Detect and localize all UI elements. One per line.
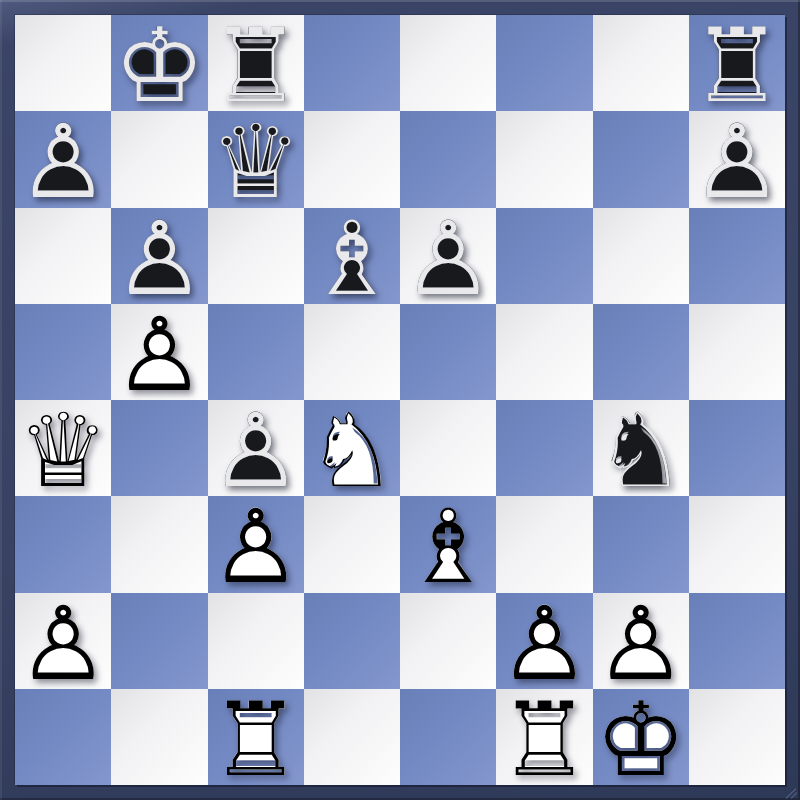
square-g2[interactable]: ♟♙ — [593, 593, 689, 689]
square-d5[interactable] — [304, 304, 400, 400]
black-pawn[interactable]: ♟♙ — [15, 111, 111, 207]
square-c5[interactable] — [208, 304, 304, 400]
square-f4[interactable] — [496, 400, 592, 496]
white-pawn[interactable]: ♟♙ — [15, 593, 111, 689]
white-pawn[interactable]: ♟♙ — [496, 593, 592, 689]
white-pawn-outline: ♙ — [15, 596, 111, 692]
square-h6[interactable] — [689, 208, 785, 304]
square-d3[interactable] — [304, 496, 400, 592]
square-a3[interactable] — [15, 496, 111, 592]
white-queen[interactable]: ♛♕ — [15, 400, 111, 496]
square-b3[interactable] — [111, 496, 207, 592]
square-h1[interactable] — [689, 689, 785, 785]
square-f5[interactable] — [496, 304, 592, 400]
square-e7[interactable] — [400, 111, 496, 207]
black-rook-outline: ♖ — [208, 18, 304, 114]
square-h8[interactable]: ♜♖ — [689, 15, 785, 111]
square-c2[interactable] — [208, 593, 304, 689]
black-pawn[interactable]: ♟♙ — [111, 208, 207, 304]
square-h4[interactable] — [689, 400, 785, 496]
white-knight-outline: ♘ — [304, 403, 400, 499]
square-c3[interactable]: ♟♙ — [208, 496, 304, 592]
square-c4[interactable]: ♟♙ — [208, 400, 304, 496]
black-pawn-outline: ♙ — [689, 114, 785, 210]
square-a7[interactable]: ♟♙ — [15, 111, 111, 207]
square-c8[interactable]: ♜♖ — [208, 15, 304, 111]
white-pawn-outline: ♙ — [208, 499, 304, 595]
black-rook[interactable]: ♜♖ — [208, 15, 304, 111]
square-b5[interactable]: ♟♙ — [111, 304, 207, 400]
square-e2[interactable] — [400, 593, 496, 689]
black-rook-outline: ♖ — [689, 18, 785, 114]
square-f8[interactable] — [496, 15, 592, 111]
resize-gripper-icon — [784, 784, 798, 798]
white-pawn-outline: ♙ — [593, 596, 689, 692]
square-h5[interactable] — [689, 304, 785, 400]
white-bishop[interactable]: ♝♗ — [400, 496, 496, 592]
square-g8[interactable] — [593, 15, 689, 111]
white-knight[interactable]: ♞♘ — [304, 400, 400, 496]
black-knight-outline: ♘ — [593, 403, 689, 499]
square-e6[interactable]: ♟♙ — [400, 208, 496, 304]
square-g7[interactable] — [593, 111, 689, 207]
black-queen[interactable]: ♛♕ — [208, 111, 304, 207]
white-pawn[interactable]: ♟♙ — [208, 496, 304, 592]
square-b7[interactable] — [111, 111, 207, 207]
square-c1[interactable]: ♜♖ — [208, 689, 304, 785]
white-rook[interactable]: ♜♖ — [208, 689, 304, 785]
white-pawn-outline: ♙ — [496, 596, 592, 692]
square-a5[interactable] — [15, 304, 111, 400]
square-g6[interactable] — [593, 208, 689, 304]
black-bishop[interactable]: ♝♗ — [304, 208, 400, 304]
board-frame: ♚♔♜♖♜♖♟♙♛♕♟♙♟♙♝♗♟♙♟♙♛♕♟♙♞♘♞♘♟♙♝♗♟♙♟♙♟♙♜♖… — [0, 0, 800, 800]
square-e4[interactable] — [400, 400, 496, 496]
square-a4[interactable]: ♛♕ — [15, 400, 111, 496]
square-d2[interactable] — [304, 593, 400, 689]
square-e5[interactable] — [400, 304, 496, 400]
square-f7[interactable] — [496, 111, 592, 207]
square-g4[interactable]: ♞♘ — [593, 400, 689, 496]
black-pawn-outline: ♙ — [111, 211, 207, 307]
white-pawn-outline: ♙ — [111, 307, 207, 403]
square-b1[interactable] — [111, 689, 207, 785]
white-rook-outline: ♖ — [496, 692, 592, 788]
square-e1[interactable] — [400, 689, 496, 785]
square-c7[interactable]: ♛♕ — [208, 111, 304, 207]
square-g5[interactable] — [593, 304, 689, 400]
square-f3[interactable] — [496, 496, 592, 592]
square-f6[interactable] — [496, 208, 592, 304]
square-g3[interactable] — [593, 496, 689, 592]
black-rook[interactable]: ♜♖ — [689, 15, 785, 111]
square-d1[interactable] — [304, 689, 400, 785]
black-pawn-outline: ♙ — [400, 211, 496, 307]
black-queen-outline: ♕ — [208, 114, 304, 210]
square-h3[interactable] — [689, 496, 785, 592]
square-d4[interactable]: ♞♘ — [304, 400, 400, 496]
black-king-outline: ♔ — [111, 18, 207, 114]
square-a6[interactable] — [15, 208, 111, 304]
square-f2[interactable]: ♟♙ — [496, 593, 592, 689]
black-pawn[interactable]: ♟♙ — [208, 400, 304, 496]
square-b6[interactable]: ♟♙ — [111, 208, 207, 304]
black-pawn-outline: ♙ — [15, 114, 111, 210]
white-bishop-outline: ♗ — [400, 499, 496, 595]
black-bishop-outline: ♗ — [304, 211, 400, 307]
black-pawn[interactable]: ♟♙ — [400, 208, 496, 304]
square-h7[interactable]: ♟♙ — [689, 111, 785, 207]
black-pawn[interactable]: ♟♙ — [689, 111, 785, 207]
square-d6[interactable]: ♝♗ — [304, 208, 400, 304]
square-a8[interactable] — [15, 15, 111, 111]
white-king[interactable]: ♚♔ — [593, 689, 689, 785]
white-rook-outline: ♖ — [208, 692, 304, 788]
square-b8[interactable]: ♚♔ — [111, 15, 207, 111]
square-b2[interactable] — [111, 593, 207, 689]
square-e3[interactable]: ♝♗ — [400, 496, 496, 592]
square-h2[interactable] — [689, 593, 785, 689]
chess-board: ♚♔♜♖♜♖♟♙♛♕♟♙♟♙♝♗♟♙♟♙♛♕♟♙♞♘♞♘♟♙♝♗♟♙♟♙♟♙♜♖… — [15, 15, 785, 785]
white-pawn[interactable]: ♟♙ — [593, 593, 689, 689]
black-pawn-outline: ♙ — [208, 403, 304, 499]
black-king[interactable]: ♚♔ — [111, 15, 207, 111]
square-a2[interactable]: ♟♙ — [15, 593, 111, 689]
white-pawn[interactable]: ♟♙ — [111, 304, 207, 400]
square-f1[interactable]: ♜♖ — [496, 689, 592, 785]
square-b4[interactable] — [111, 400, 207, 496]
black-knight[interactable]: ♞♘ — [593, 400, 689, 496]
white-queen-outline: ♕ — [15, 403, 111, 499]
square-c6[interactable] — [208, 208, 304, 304]
square-e8[interactable] — [400, 15, 496, 111]
square-d8[interactable] — [304, 15, 400, 111]
square-a1[interactable] — [15, 689, 111, 785]
white-king-outline: ♔ — [593, 692, 689, 788]
square-g1[interactable]: ♚♔ — [593, 689, 689, 785]
white-rook[interactable]: ♜♖ — [496, 689, 592, 785]
square-d7[interactable] — [304, 111, 400, 207]
